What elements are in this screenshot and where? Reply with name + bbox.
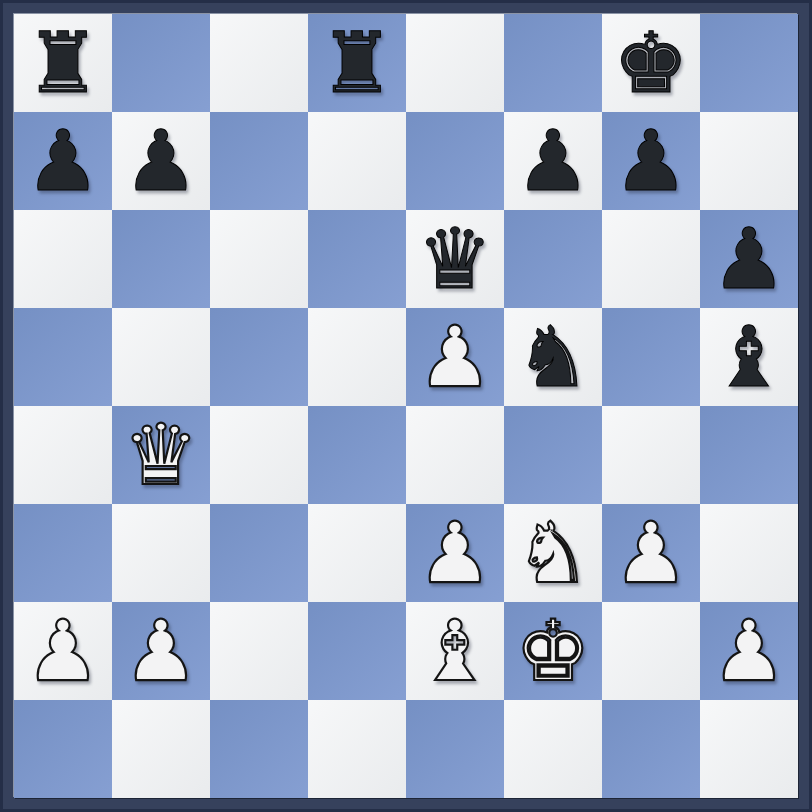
square-b1[interactable]	[112, 700, 210, 798]
square-b5[interactable]	[112, 308, 210, 406]
square-e5[interactable]: ♟	[406, 308, 504, 406]
square-a8[interactable]: ♜	[14, 14, 112, 112]
square-e4[interactable]	[406, 406, 504, 504]
white-king[interactable]: ♚	[515, 602, 590, 700]
square-d8[interactable]: ♜	[308, 14, 406, 112]
square-b7[interactable]: ♟	[112, 112, 210, 210]
square-h8[interactable]	[700, 14, 798, 112]
square-b4[interactable]: ♛	[112, 406, 210, 504]
square-a5[interactable]	[14, 308, 112, 406]
board-frame: ♜♜♚♟♟♟♟♛♟♟♞♝♛♟♞♟♟♟♝♚♟	[0, 0, 812, 812]
square-b8[interactable]	[112, 14, 210, 112]
square-b6[interactable]	[112, 210, 210, 308]
square-a4[interactable]	[14, 406, 112, 504]
square-b3[interactable]	[112, 504, 210, 602]
square-b2[interactable]: ♟	[112, 602, 210, 700]
black-rook[interactable]: ♜	[319, 14, 394, 112]
square-d1[interactable]	[308, 700, 406, 798]
square-h6[interactable]: ♟	[700, 210, 798, 308]
square-c5[interactable]	[210, 308, 308, 406]
square-h2[interactable]: ♟	[700, 602, 798, 700]
white-knight[interactable]: ♞	[515, 504, 590, 602]
square-h4[interactable]	[700, 406, 798, 504]
square-f4[interactable]	[504, 406, 602, 504]
black-king[interactable]: ♚	[613, 14, 688, 112]
square-g7[interactable]: ♟	[602, 112, 700, 210]
square-g6[interactable]	[602, 210, 700, 308]
square-d4[interactable]	[308, 406, 406, 504]
square-a1[interactable]	[14, 700, 112, 798]
black-pawn[interactable]: ♟	[711, 210, 786, 308]
white-queen[interactable]: ♛	[123, 406, 198, 504]
square-h5[interactable]: ♝	[700, 308, 798, 406]
black-pawn[interactable]: ♟	[123, 112, 198, 210]
square-e8[interactable]	[406, 14, 504, 112]
square-c3[interactable]	[210, 504, 308, 602]
black-pawn[interactable]: ♟	[515, 112, 590, 210]
square-d2[interactable]	[308, 602, 406, 700]
white-pawn[interactable]: ♟	[25, 602, 100, 700]
white-pawn[interactable]: ♟	[417, 504, 492, 602]
square-a2[interactable]: ♟	[14, 602, 112, 700]
square-g4[interactable]	[602, 406, 700, 504]
black-queen[interactable]: ♛	[417, 210, 492, 308]
square-h7[interactable]	[700, 112, 798, 210]
square-e6[interactable]: ♛	[406, 210, 504, 308]
square-h3[interactable]	[700, 504, 798, 602]
square-f7[interactable]: ♟	[504, 112, 602, 210]
square-c4[interactable]	[210, 406, 308, 504]
black-pawn[interactable]: ♟	[613, 112, 688, 210]
square-e7[interactable]	[406, 112, 504, 210]
square-c8[interactable]	[210, 14, 308, 112]
white-pawn[interactable]: ♟	[417, 308, 492, 406]
square-f3[interactable]: ♞	[504, 504, 602, 602]
square-g3[interactable]: ♟	[602, 504, 700, 602]
square-g2[interactable]	[602, 602, 700, 700]
white-pawn[interactable]: ♟	[123, 602, 198, 700]
square-c2[interactable]	[210, 602, 308, 700]
square-e3[interactable]: ♟	[406, 504, 504, 602]
square-d5[interactable]	[308, 308, 406, 406]
white-pawn[interactable]: ♟	[613, 504, 688, 602]
square-g5[interactable]	[602, 308, 700, 406]
square-a6[interactable]	[14, 210, 112, 308]
square-a3[interactable]	[14, 504, 112, 602]
square-c7[interactable]	[210, 112, 308, 210]
white-bishop[interactable]: ♝	[417, 602, 492, 700]
square-d7[interactable]	[308, 112, 406, 210]
square-c6[interactable]	[210, 210, 308, 308]
square-h1[interactable]	[700, 700, 798, 798]
square-f1[interactable]	[504, 700, 602, 798]
black-bishop[interactable]: ♝	[711, 308, 786, 406]
white-pawn[interactable]: ♟	[711, 602, 786, 700]
square-g8[interactable]: ♚	[602, 14, 700, 112]
black-rook[interactable]: ♜	[25, 14, 100, 112]
square-d3[interactable]	[308, 504, 406, 602]
black-knight[interactable]: ♞	[515, 308, 590, 406]
square-a7[interactable]: ♟	[14, 112, 112, 210]
black-pawn[interactable]: ♟	[25, 112, 100, 210]
square-c1[interactable]	[210, 700, 308, 798]
square-f8[interactable]	[504, 14, 602, 112]
square-e1[interactable]	[406, 700, 504, 798]
square-f6[interactable]	[504, 210, 602, 308]
square-d6[interactable]	[308, 210, 406, 308]
square-f5[interactable]: ♞	[504, 308, 602, 406]
square-f2[interactable]: ♚	[504, 602, 602, 700]
square-g1[interactable]	[602, 700, 700, 798]
square-e2[interactable]: ♝	[406, 602, 504, 700]
chess-board: ♜♜♚♟♟♟♟♛♟♟♞♝♛♟♞♟♟♟♝♚♟	[14, 14, 798, 798]
